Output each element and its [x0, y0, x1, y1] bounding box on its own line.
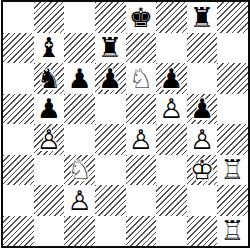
square-a3[interactable] [3, 155, 34, 186]
square-b7[interactable]: ♝ [34, 33, 65, 64]
square-g5[interactable]: ♟ [187, 94, 218, 125]
square-e3[interactable] [126, 155, 157, 186]
piece-glyph: ♙ [64, 185, 95, 216]
square-c8[interactable] [64, 2, 95, 33]
piece-glyph: ♙ [187, 124, 218, 155]
square-d6[interactable]: ♟ [95, 63, 126, 94]
piece-white-king: ♚♔ [187, 155, 218, 186]
square-g8[interactable]: ♜ [187, 2, 218, 33]
piece-glyph: ♙ [126, 124, 157, 155]
square-h4[interactable] [217, 124, 248, 155]
piece-black-pawn: ♟ [156, 63, 187, 94]
square-b4[interactable]: ♟♙ [34, 124, 65, 155]
chess-board: ♚♜♝♜♞♟♟♞♘♟♟♟♙♟♟♙♟♙♟♙♞♘♚♔♜♖♟♙♜♖ [1, 0, 250, 248]
square-f3[interactable] [156, 155, 187, 186]
square-b1[interactable] [34, 216, 65, 247]
square-a6[interactable] [3, 63, 34, 94]
piece-glyph: ♟ [156, 63, 187, 94]
square-g7[interactable] [187, 33, 218, 64]
piece-white-rook: ♜♖ [217, 216, 248, 247]
piece-black-rook: ♜ [187, 2, 218, 33]
square-f2[interactable] [156, 185, 187, 216]
square-c2[interactable]: ♟♙ [64, 185, 95, 216]
square-e7[interactable] [126, 33, 157, 64]
square-g6[interactable] [187, 63, 218, 94]
square-d4[interactable] [95, 124, 126, 155]
square-g1[interactable] [187, 216, 218, 247]
square-d7[interactable]: ♜ [95, 33, 126, 64]
square-h8[interactable] [217, 2, 248, 33]
piece-white-knight: ♞♘ [64, 155, 95, 186]
piece-black-pawn: ♟ [64, 63, 95, 94]
piece-glyph: ♞ [34, 63, 65, 94]
square-e6[interactable]: ♞♘ [126, 63, 157, 94]
square-a5[interactable] [3, 94, 34, 125]
piece-glyph: ♙ [34, 124, 65, 155]
piece-white-knight: ♞♘ [126, 63, 157, 94]
square-h1[interactable]: ♜♖ [217, 216, 248, 247]
piece-glyph: ♚ [126, 2, 157, 33]
square-a2[interactable] [3, 185, 34, 216]
square-e5[interactable] [126, 94, 157, 125]
piece-white-pawn: ♟♙ [34, 124, 65, 155]
piece-glyph: ♖ [217, 216, 248, 247]
piece-glyph: ♖ [217, 155, 248, 186]
piece-glyph: ♟ [34, 94, 65, 125]
piece-black-pawn: ♟ [34, 94, 65, 125]
square-h5[interactable] [217, 94, 248, 125]
piece-glyph: ♝ [34, 33, 65, 64]
piece-glyph: ♟ [64, 63, 95, 94]
square-e8[interactable]: ♚ [126, 2, 157, 33]
square-a1[interactable] [3, 216, 34, 247]
square-c1[interactable] [64, 216, 95, 247]
piece-glyph: ♘ [64, 155, 95, 186]
square-c3[interactable]: ♞♘ [64, 155, 95, 186]
square-h7[interactable] [217, 33, 248, 64]
piece-glyph: ♘ [126, 63, 157, 94]
square-d5[interactable] [95, 94, 126, 125]
piece-black-knight: ♞ [34, 63, 65, 94]
square-h2[interactable] [217, 185, 248, 216]
square-e2[interactable] [126, 185, 157, 216]
square-b2[interactable] [34, 185, 65, 216]
square-e4[interactable]: ♟♙ [126, 124, 157, 155]
square-h3[interactable]: ♜♖ [217, 155, 248, 186]
square-f6[interactable]: ♟ [156, 63, 187, 94]
board-frame: ♚♜♝♜♞♟♟♞♘♟♟♟♙♟♟♙♟♙♟♙♞♘♚♔♜♖♟♙♜♖ [0, 0, 250, 250]
square-b5[interactable]: ♟ [34, 94, 65, 125]
square-h6[interactable] [217, 63, 248, 94]
piece-white-pawn: ♟♙ [126, 124, 157, 155]
square-d1[interactable] [95, 216, 126, 247]
square-f1[interactable] [156, 216, 187, 247]
piece-white-rook: ♜♖ [217, 155, 248, 186]
square-g3[interactable]: ♚♔ [187, 155, 218, 186]
square-d8[interactable] [95, 2, 126, 33]
piece-glyph: ♜ [95, 33, 126, 64]
square-a4[interactable] [3, 124, 34, 155]
square-g4[interactable]: ♟♙ [187, 124, 218, 155]
square-a7[interactable] [3, 33, 34, 64]
square-b6[interactable]: ♞ [34, 63, 65, 94]
square-f8[interactable] [156, 2, 187, 33]
piece-glyph: ♟ [95, 63, 126, 94]
piece-glyph: ♙ [156, 94, 187, 125]
piece-white-pawn: ♟♙ [64, 185, 95, 216]
piece-glyph: ♔ [187, 155, 218, 186]
square-g2[interactable] [187, 185, 218, 216]
square-d3[interactable] [95, 155, 126, 186]
piece-glyph: ♟ [187, 94, 218, 125]
piece-black-rook: ♜ [95, 33, 126, 64]
square-e1[interactable] [126, 216, 157, 247]
piece-black-king: ♚ [126, 2, 157, 33]
piece-black-pawn: ♟ [95, 63, 126, 94]
square-c6[interactable]: ♟ [64, 63, 95, 94]
square-d2[interactable] [95, 185, 126, 216]
square-b8[interactable] [34, 2, 65, 33]
square-c4[interactable] [64, 124, 95, 155]
square-b3[interactable] [34, 155, 65, 186]
piece-glyph: ♜ [187, 2, 218, 33]
piece-black-pawn: ♟ [187, 94, 218, 125]
square-f5[interactable]: ♟♙ [156, 94, 187, 125]
square-f4[interactable] [156, 124, 187, 155]
piece-black-bishop: ♝ [34, 33, 65, 64]
square-f7[interactable] [156, 33, 187, 64]
square-a8[interactable] [3, 2, 34, 33]
square-c7[interactable] [64, 33, 95, 64]
square-c5[interactable] [64, 94, 95, 125]
piece-white-pawn: ♟♙ [187, 124, 218, 155]
piece-white-pawn: ♟♙ [156, 94, 187, 125]
